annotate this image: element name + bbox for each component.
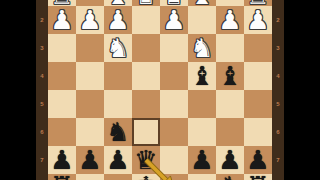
black-pawn[interactable]: ♟ (244, 146, 272, 174)
black-bishop[interactable]: ♝ (216, 62, 244, 90)
square-h4[interactable] (48, 62, 76, 90)
rank-label-6: 6 (36, 128, 48, 136)
square-c4[interactable]: ♝ (188, 62, 216, 90)
square-a8[interactable]: ♜ (244, 174, 272, 180)
square-g5[interactable] (76, 90, 104, 118)
square-f2[interactable]: ♟ (104, 6, 132, 34)
rank-label-3: 3 (36, 44, 48, 52)
black-bishop[interactable]: ♝ (188, 62, 216, 90)
white-pawn[interactable]: ♟ (244, 6, 272, 34)
black-pawn[interactable]: ♟ (216, 146, 244, 174)
square-d2[interactable]: ♟ (160, 6, 188, 34)
square-e6[interactable] (132, 118, 160, 146)
white-pawn[interactable]: ♟ (160, 6, 188, 34)
square-e4[interactable] (132, 62, 160, 90)
square-g8[interactable] (76, 174, 104, 180)
chess-board: ♜♝♚♛♝♜♟♟♟♟♟♟♞♞♝♝♞♟♟♟♛♟♟♟♜♚♞♜ (48, 0, 272, 180)
square-h7[interactable]: ♟ (48, 146, 76, 174)
square-b6[interactable] (216, 118, 244, 146)
black-rook[interactable]: ♜ (48, 172, 76, 180)
rank-label-7: 7 (272, 156, 284, 164)
black-knight[interactable]: ♞ (104, 118, 132, 146)
square-b4[interactable]: ♝ (216, 62, 244, 90)
white-pawn[interactable]: ♟ (48, 6, 76, 34)
square-e8[interactable]: ♚ (132, 174, 160, 180)
rank-label-5: 5 (272, 100, 284, 108)
square-g4[interactable] (76, 62, 104, 90)
left-coordinate-strip: 234567 (36, 0, 48, 180)
black-pawn[interactable]: ♟ (104, 146, 132, 174)
square-h6[interactable] (48, 118, 76, 146)
black-pawn[interactable]: ♟ (76, 146, 104, 174)
square-a7[interactable]: ♟ (244, 146, 272, 174)
square-h8[interactable]: ♜ (48, 174, 76, 180)
rank-label-7: 7 (36, 156, 48, 164)
square-c8[interactable] (188, 174, 216, 180)
white-pawn[interactable]: ♟ (104, 6, 132, 34)
square-b5[interactable] (216, 90, 244, 118)
square-f4[interactable] (104, 62, 132, 90)
square-d4[interactable] (160, 62, 188, 90)
square-b2[interactable]: ♟ (216, 6, 244, 34)
square-d3[interactable] (160, 34, 188, 62)
rank-label-6: 6 (272, 128, 284, 136)
square-g6[interactable] (76, 118, 104, 146)
square-d6[interactable] (160, 118, 188, 146)
square-e5[interactable] (132, 90, 160, 118)
square-c5[interactable] (188, 90, 216, 118)
black-pawn[interactable]: ♟ (48, 146, 76, 174)
square-h3[interactable] (48, 34, 76, 62)
square-f7[interactable]: ♟ (104, 146, 132, 174)
square-e2[interactable] (132, 6, 160, 34)
rank-label-3: 3 (272, 44, 284, 52)
square-f8[interactable] (104, 174, 132, 180)
square-b7[interactable]: ♟ (216, 146, 244, 174)
square-f5[interactable] (104, 90, 132, 118)
chess-app: 234567 234567 ♜♝♚♛♝♜♟♟♟♟♟♟♞♞♝♝♞♟♟♟♛♟♟♟♜♚… (0, 0, 320, 180)
square-b3[interactable] (216, 34, 244, 62)
square-e7[interactable]: ♛ (132, 146, 160, 174)
square-a2[interactable]: ♟ (244, 6, 272, 34)
white-knight[interactable]: ♞ (188, 34, 216, 62)
square-f3[interactable]: ♞ (104, 34, 132, 62)
square-d7[interactable] (160, 146, 188, 174)
black-rook[interactable]: ♜ (244, 172, 272, 180)
rank-label-4: 4 (272, 72, 284, 80)
square-h5[interactable] (48, 90, 76, 118)
square-d5[interactable] (160, 90, 188, 118)
white-pawn[interactable]: ♟ (76, 6, 104, 34)
square-e3[interactable] (132, 34, 160, 62)
black-knight[interactable]: ♞ (216, 172, 244, 180)
square-b8[interactable]: ♞ (216, 174, 244, 180)
square-g2[interactable]: ♟ (76, 6, 104, 34)
square-d8[interactable] (160, 174, 188, 180)
square-g3[interactable] (76, 34, 104, 62)
white-knight[interactable]: ♞ (104, 34, 132, 62)
square-c2[interactable] (188, 6, 216, 34)
right-coordinate-strip: 234567 (272, 0, 284, 180)
square-g7[interactable]: ♟ (76, 146, 104, 174)
square-a3[interactable] (244, 34, 272, 62)
square-c7[interactable]: ♟ (188, 146, 216, 174)
rank-label-5: 5 (36, 100, 48, 108)
square-f6[interactable]: ♞ (104, 118, 132, 146)
square-c3[interactable]: ♞ (188, 34, 216, 62)
black-pawn[interactable]: ♟ (188, 146, 216, 174)
black-queen[interactable]: ♛ (132, 146, 160, 174)
black-king[interactable]: ♚ (132, 172, 160, 180)
square-c6[interactable] (188, 118, 216, 146)
square-h2[interactable]: ♟ (48, 6, 76, 34)
square-a4[interactable] (244, 62, 272, 90)
square-a6[interactable] (244, 118, 272, 146)
white-pawn[interactable]: ♟ (216, 6, 244, 34)
rank-label-2: 2 (36, 16, 48, 24)
square-a5[interactable] (244, 90, 272, 118)
rank-label-2: 2 (272, 16, 284, 24)
rank-label-4: 4 (36, 72, 48, 80)
